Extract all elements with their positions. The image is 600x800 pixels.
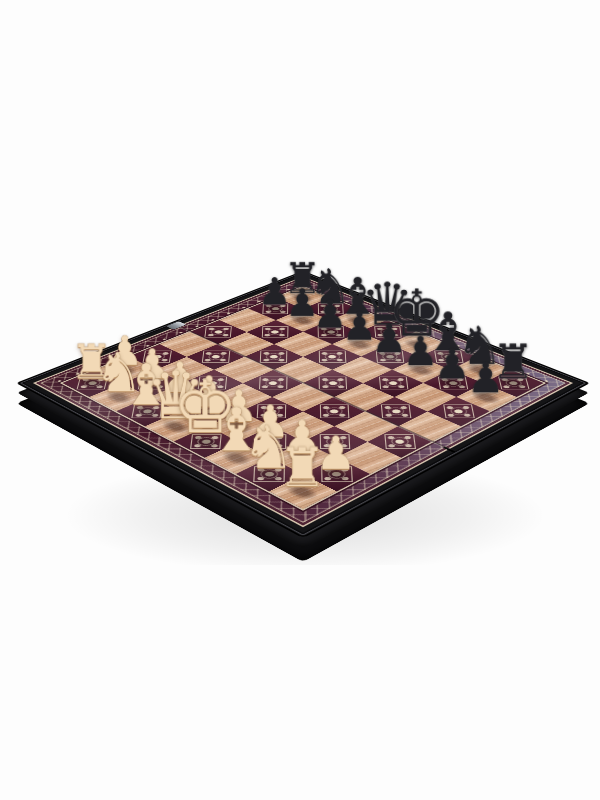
black-pawn-glyph: ♟ (440, 357, 532, 399)
square-d5 (273, 357, 332, 383)
product-photo-scene: ♜♜♞♞♝♝♛♛♚♚♝♝♞♞♜♜♟♟♟♟♟♟♟♟♟♟♟♟♟♟♟♟♟♟♟♟♟♟♟♟… (0, 0, 600, 800)
white-rook-glyph: ♜ (251, 439, 353, 493)
square-h1: ♜♜ (269, 474, 337, 509)
white-rook: ♜♜ (269, 474, 337, 509)
